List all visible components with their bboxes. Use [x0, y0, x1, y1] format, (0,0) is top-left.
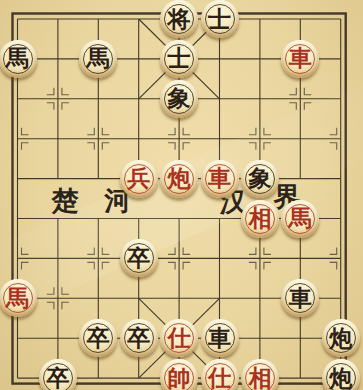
piece-character: 象	[248, 166, 271, 189]
piece-black-advisor[interactable]: 士	[201, 0, 239, 38]
piece-black-advisor[interactable]: 士	[160, 40, 198, 78]
piece-character: 帥	[168, 366, 191, 389]
piece-red-cannon[interactable]: 炮	[160, 160, 198, 198]
piece-character: 卒	[127, 246, 150, 269]
piece-red-general[interactable]: 帥	[160, 359, 198, 390]
piece-character: 士	[208, 7, 231, 30]
piece-red-soldier[interactable]: 兵	[120, 160, 158, 198]
piece-character: 車	[208, 166, 231, 189]
piece-red-elephant[interactable]: 相	[241, 200, 279, 238]
piece-red-chariot[interactable]: 車	[201, 160, 239, 198]
piece-black-soldier[interactable]: 卒	[39, 359, 77, 390]
piece-character: 車	[208, 326, 231, 349]
piece-character: 炮	[168, 166, 191, 189]
piece-character: 相	[248, 206, 271, 229]
piece-character: 卒	[127, 326, 150, 349]
piece-character: 象	[168, 86, 191, 109]
piece-character: 相	[248, 366, 271, 389]
piece-black-horse[interactable]: 馬	[0, 40, 37, 78]
piece-character: 卒	[46, 366, 69, 389]
piece-black-cannon[interactable]: 炮	[322, 319, 360, 357]
piece-character: 炮	[329, 326, 352, 349]
piece-black-cannon[interactable]: 炮	[322, 359, 360, 390]
piece-character: 卒	[87, 326, 110, 349]
piece-black-chariot[interactable]: 車	[201, 319, 239, 357]
piece-red-horse[interactable]: 馬	[0, 279, 37, 317]
piece-red-advisor[interactable]: 仕	[201, 359, 239, 390]
piece-character: 炮	[329, 366, 352, 389]
piece-character: 馬	[289, 206, 312, 229]
piece-black-soldier[interactable]: 卒	[120, 239, 158, 277]
piece-character: 士	[168, 46, 191, 69]
piece-character: 仕	[208, 366, 231, 389]
piece-black-horse[interactable]: 馬	[79, 40, 117, 78]
piece-black-elephant[interactable]: 象	[160, 80, 198, 118]
piece-character: 馬	[6, 46, 29, 69]
piece-black-elephant[interactable]: 象	[241, 160, 279, 198]
piece-character: 車	[289, 46, 312, 69]
river-label: 楚	[52, 187, 79, 214]
piece-character: 将	[168, 7, 191, 30]
piece-character: 車	[289, 286, 312, 309]
piece-red-horse[interactable]: 馬	[281, 200, 319, 238]
piece-black-soldier[interactable]: 卒	[120, 319, 158, 357]
piece-character: 兵	[127, 166, 150, 189]
piece-character: 馬	[6, 286, 29, 309]
piece-character: 馬	[87, 46, 110, 69]
piece-black-general[interactable]: 将	[160, 0, 198, 38]
piece-red-elephant[interactable]: 相	[241, 359, 279, 390]
piece-red-chariot[interactable]: 車	[281, 40, 319, 78]
xiangqi-board: 楚河汉界 将士馬馬士車象兵炮車象相馬卒馬車卒卒仕車炮卒帥仕相炮	[0, 0, 363, 390]
piece-character: 仕	[168, 326, 191, 349]
